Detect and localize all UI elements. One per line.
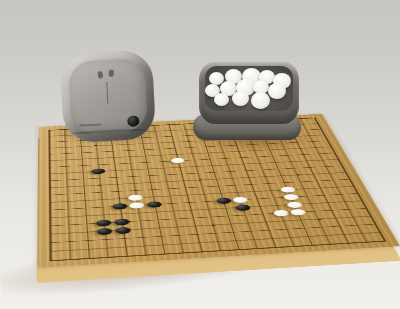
black-stone: [97, 228, 113, 235]
hoshi-point: [198, 179, 201, 180]
black-stone: [96, 220, 112, 227]
hoshi-point: [296, 174, 300, 175]
white-stone: [290, 209, 307, 216]
hoshi-point: [318, 219, 322, 221]
white-stone-in-bowl: [251, 92, 270, 109]
hoshi-point: [98, 184, 101, 185]
black-stone-bowl: [60, 50, 157, 144]
white-stone-in-bowl: [232, 91, 249, 106]
white-stone: [286, 201, 303, 208]
white-stone: [232, 197, 248, 204]
black-stone: [215, 197, 231, 204]
white-stone-heap: [205, 66, 293, 111]
black-stone: [115, 227, 131, 234]
white-stone-bowl: [199, 62, 299, 124]
white-stone: [128, 195, 143, 202]
white-stone: [283, 194, 300, 201]
photo-scene: [0, 0, 400, 309]
black-stone: [114, 219, 130, 226]
white-stone-in-bowl: [214, 93, 229, 106]
white-stone: [129, 202, 145, 209]
black-stone: [235, 204, 252, 211]
black-stone: [147, 201, 163, 208]
hoshi-point: [103, 231, 106, 233]
white-stone-in-bowl: [268, 83, 286, 99]
black-stone: [112, 203, 127, 210]
lid-marking: [97, 71, 103, 79]
white-stone: [280, 187, 297, 193]
lid-marking: [109, 70, 114, 77]
white-stone: [272, 210, 289, 217]
hoshi-point: [211, 225, 215, 227]
